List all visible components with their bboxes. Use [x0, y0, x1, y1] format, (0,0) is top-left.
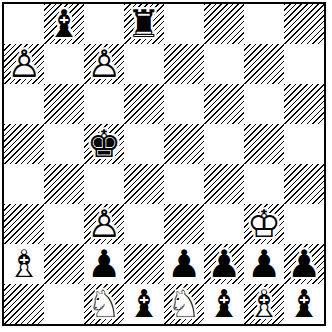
square-g5[interactable]	[244, 124, 284, 164]
white-pawn-c7[interactable]: ♙	[84, 44, 124, 84]
square-c7[interactable]: ♟♙	[84, 44, 124, 84]
square-f1[interactable]: ♝♝	[204, 284, 244, 324]
square-b4[interactable]	[44, 164, 84, 204]
black-pawn-g2[interactable]: ♟	[244, 244, 284, 284]
black-bishop-d1[interactable]: ♝	[124, 284, 164, 324]
square-f7[interactable]	[204, 44, 244, 84]
square-e7[interactable]	[164, 44, 204, 84]
square-a1[interactable]	[4, 284, 44, 324]
square-b8[interactable]: ♝♝	[44, 4, 84, 44]
square-h1[interactable]: ♝♝	[284, 284, 324, 324]
square-b7[interactable]	[44, 44, 84, 84]
square-c6[interactable]	[84, 84, 124, 124]
square-h6[interactable]	[284, 84, 324, 124]
square-c3[interactable]: ♟♙	[84, 204, 124, 244]
white-bishop-g1[interactable]: ♗	[244, 284, 284, 324]
square-a6[interactable]	[4, 84, 44, 124]
black-pawn-e2[interactable]: ♟	[164, 244, 204, 284]
square-g3[interactable]: ♚♔	[244, 204, 284, 244]
square-g4[interactable]	[244, 164, 284, 204]
black-pawn-f2[interactable]: ♟	[204, 244, 244, 284]
white-knight-e1[interactable]: ♘	[164, 284, 204, 324]
square-d4[interactable]	[124, 164, 164, 204]
square-c4[interactable]	[84, 164, 124, 204]
white-bishop-a2[interactable]: ♗	[4, 244, 44, 284]
square-c2[interactable]: ♟♟	[84, 244, 124, 284]
square-f4[interactable]	[204, 164, 244, 204]
square-a7[interactable]: ♟♙	[4, 44, 44, 84]
square-b6[interactable]	[44, 84, 84, 124]
square-d7[interactable]	[124, 44, 164, 84]
square-g7[interactable]	[244, 44, 284, 84]
square-h2[interactable]: ♟♟	[284, 244, 324, 284]
chess-board: ♝♝♜♜♟♙♟♙♚♚♟♙♚♔♝♗♟♟♟♟♟♟♟♟♟♟♞♘♝♝♞♘♝♝♝♗♝♝	[4, 4, 324, 324]
square-h8[interactable]	[284, 4, 324, 44]
square-h4[interactable]	[284, 164, 324, 204]
square-b1[interactable]	[44, 284, 84, 324]
square-e5[interactable]	[164, 124, 204, 164]
square-e6[interactable]	[164, 84, 204, 124]
square-g6[interactable]	[244, 84, 284, 124]
square-f8[interactable]	[204, 4, 244, 44]
black-rook-d8[interactable]: ♜	[124, 4, 164, 44]
black-king-c5[interactable]: ♚	[84, 124, 124, 164]
square-d5[interactable]	[124, 124, 164, 164]
square-g1[interactable]: ♝♗	[244, 284, 284, 324]
square-e2[interactable]: ♟♟	[164, 244, 204, 284]
square-h5[interactable]	[284, 124, 324, 164]
square-e4[interactable]	[164, 164, 204, 204]
square-d1[interactable]: ♝♝	[124, 284, 164, 324]
square-f3[interactable]	[204, 204, 244, 244]
white-knight-c1[interactable]: ♘	[84, 284, 124, 324]
chess-diagram-page: ♝♝♜♜♟♙♟♙♚♚♟♙♚♔♝♗♟♟♟♟♟♟♟♟♟♟♞♘♝♝♞♘♝♝♝♗♝♝	[0, 0, 332, 332]
square-d2[interactable]	[124, 244, 164, 284]
square-g2[interactable]: ♟♟	[244, 244, 284, 284]
square-e3[interactable]	[164, 204, 204, 244]
white-king-g3[interactable]: ♔	[244, 204, 284, 244]
black-bishop-b8[interactable]: ♝	[44, 4, 84, 44]
square-b5[interactable]	[44, 124, 84, 164]
square-h7[interactable]	[284, 44, 324, 84]
square-f6[interactable]	[204, 84, 244, 124]
white-pawn-c3[interactable]: ♙	[84, 204, 124, 244]
square-a8[interactable]	[4, 4, 44, 44]
square-f2[interactable]: ♟♟	[204, 244, 244, 284]
square-a2[interactable]: ♝♗	[4, 244, 44, 284]
square-b3[interactable]	[44, 204, 84, 244]
square-f5[interactable]	[204, 124, 244, 164]
square-g8[interactable]	[244, 4, 284, 44]
square-a4[interactable]	[4, 164, 44, 204]
square-a3[interactable]	[4, 204, 44, 244]
square-c1[interactable]: ♞♘	[84, 284, 124, 324]
board-frame: ♝♝♜♜♟♙♟♙♚♚♟♙♚♔♝♗♟♟♟♟♟♟♟♟♟♟♞♘♝♝♞♘♝♝♝♗♝♝	[2, 2, 326, 326]
square-e8[interactable]	[164, 4, 204, 44]
black-bishop-h1[interactable]: ♝	[284, 284, 324, 324]
square-a5[interactable]	[4, 124, 44, 164]
black-pawn-h2[interactable]: ♟	[284, 244, 324, 284]
square-c8[interactable]	[84, 4, 124, 44]
black-bishop-f1[interactable]: ♝	[204, 284, 244, 324]
square-c5[interactable]: ♚♚	[84, 124, 124, 164]
white-pawn-a7[interactable]: ♙	[4, 44, 44, 84]
square-d8[interactable]: ♜♜	[124, 4, 164, 44]
square-e1[interactable]: ♞♘	[164, 284, 204, 324]
square-b2[interactable]	[44, 244, 84, 284]
black-pawn-c2[interactable]: ♟	[84, 244, 124, 284]
square-h3[interactable]	[284, 204, 324, 244]
square-d3[interactable]	[124, 204, 164, 244]
square-d6[interactable]	[124, 84, 164, 124]
